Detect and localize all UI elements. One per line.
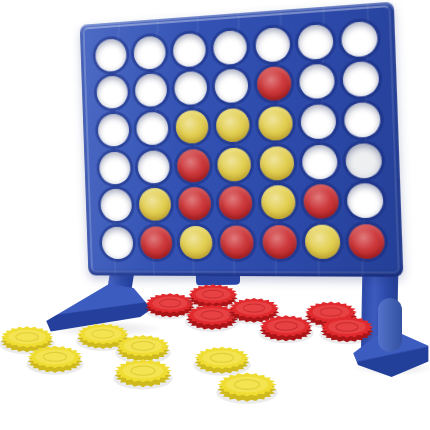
loose-discs-area [0, 0, 430, 430]
loose-red-disc[interactable] [318, 313, 375, 348]
loose-yellow-disc[interactable] [112, 355, 174, 392]
loose-yellow-disc[interactable] [215, 369, 279, 408]
connect-four-scene [0, 0, 430, 430]
